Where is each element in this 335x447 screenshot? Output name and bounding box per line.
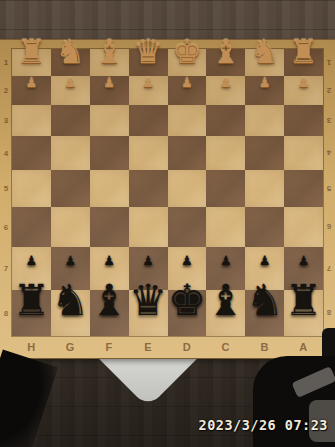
white-bishop: ♝︎ (94, 35, 124, 68)
square-a4 (284, 136, 323, 170)
file-label-bottom-C: C (206, 336, 245, 358)
rank-label-right-3: 3 (323, 105, 335, 136)
black-pawn: ♟︎ (298, 254, 310, 267)
square-g8: ♞︎ (51, 290, 90, 336)
square-g2: ♟︎ (51, 76, 90, 105)
black-rook: ♜︎ (12, 279, 51, 322)
chess-photo-scene: HGFEDCBA 12345678 ♜︎♞︎♝︎♛︎♚︎♝︎♞︎♜︎♟︎♟︎♟︎… (0, 0, 335, 447)
square-h1: ♜︎ (12, 49, 51, 76)
square-a8: ♜︎ (284, 290, 323, 336)
square-c2: ♟︎ (206, 76, 245, 105)
black-pawn: ♟︎ (259, 254, 271, 267)
square-f1: ♝︎ (90, 49, 129, 76)
square-e6 (129, 207, 168, 247)
rank-label-right-1: 1 (323, 49, 335, 76)
square-a2: ♟︎ (284, 76, 323, 105)
white-king: ♚︎ (172, 35, 202, 68)
square-f4 (90, 136, 129, 170)
black-pawn: ♟︎ (220, 254, 232, 267)
white-rook: ♜︎ (17, 35, 47, 68)
square-b1: ♞︎ (245, 49, 284, 76)
square-c8: ♝︎ (206, 290, 245, 336)
square-d3 (168, 105, 207, 136)
square-d1: ♚︎ (168, 49, 207, 76)
square-g1: ♞︎ (51, 49, 90, 76)
square-c6 (206, 207, 245, 247)
square-h6 (12, 207, 51, 247)
square-d5 (168, 170, 207, 207)
white-knight: ♞︎ (250, 35, 280, 68)
square-d4 (168, 136, 207, 170)
square-d2: ♟︎ (168, 76, 207, 105)
black-king: ♚︎ (168, 279, 207, 322)
black-pawn: ♟︎ (64, 254, 76, 267)
black-pawn: ♟︎ (181, 254, 193, 267)
black-pawn: ♟︎ (26, 254, 38, 267)
file-label-bottom-G: G (51, 336, 90, 358)
square-g6 (51, 207, 90, 247)
camera-timestamp: 2023/3/26 07:23 (199, 417, 328, 433)
square-f2: ♟︎ (90, 76, 129, 105)
white-rook: ♜︎ (289, 35, 319, 68)
square-b4 (245, 136, 284, 170)
square-a1: ♜︎ (284, 49, 323, 76)
white-pawn: ♟︎ (259, 76, 271, 89)
white-queen: ♛︎ (133, 35, 163, 68)
square-h2: ♟︎ (12, 76, 51, 105)
rank-label-left-4: 4 (0, 136, 12, 170)
square-g5 (51, 170, 90, 207)
square-e4 (129, 136, 168, 170)
rank-label-right-2: 2 (323, 76, 335, 105)
file-label-bottom-E: E (129, 336, 168, 358)
rank-labels-left: 12345678 (0, 49, 12, 336)
square-h3 (12, 105, 51, 136)
black-bishop: ♝︎ (90, 279, 129, 322)
black-queen: ♛︎ (129, 279, 168, 322)
square-c1: ♝︎ (206, 49, 245, 76)
white-pawn: ♟︎ (103, 76, 115, 89)
square-e2: ♟︎ (129, 76, 168, 105)
rank-label-left-7: 7 (0, 247, 12, 290)
file-label-bottom-B: B (245, 336, 284, 358)
rank-label-left-5: 5 (0, 170, 12, 207)
rank-label-right-5: 5 (323, 170, 335, 207)
white-bishop: ♝︎ (211, 35, 241, 68)
rank-labels-right: 12345678 (323, 49, 335, 336)
white-pawn: ♟︎ (220, 76, 232, 89)
rank-label-left-6: 6 (0, 207, 12, 247)
white-knight: ♞︎ (56, 35, 86, 68)
file-label-bottom-A: A (284, 336, 323, 358)
square-b8: ♞︎ (245, 290, 284, 336)
square-h5 (12, 170, 51, 207)
square-g4 (51, 136, 90, 170)
square-f3 (90, 105, 129, 136)
square-h8: ♜︎ (12, 290, 51, 336)
square-e8: ♛︎ (129, 290, 168, 336)
board-grid: ♜︎♞︎♝︎♛︎♚︎♝︎♞︎♜︎♟︎♟︎♟︎♟︎♟︎♟︎♟︎♟︎♟︎♟︎♟︎♟︎… (12, 49, 323, 336)
square-a5 (284, 170, 323, 207)
square-e5 (129, 170, 168, 207)
white-pawn: ♟︎ (64, 76, 76, 89)
file-labels-bottom: HGFEDCBA (12, 336, 323, 358)
rank-label-left-2: 2 (0, 76, 12, 105)
square-b2: ♟︎ (245, 76, 284, 105)
square-a3 (284, 105, 323, 136)
square-c4 (206, 136, 245, 170)
black-knight: ♞︎ (51, 279, 90, 322)
square-e3 (129, 105, 168, 136)
square-f5 (90, 170, 129, 207)
black-pawn: ♟︎ (142, 254, 154, 267)
square-g3 (51, 105, 90, 136)
white-pawn: ♟︎ (142, 76, 154, 89)
white-pawn: ♟︎ (26, 76, 38, 89)
rank-label-right-4: 4 (323, 136, 335, 170)
rank-label-left-8: 8 (0, 290, 12, 336)
square-f6 (90, 207, 129, 247)
square-c3 (206, 105, 245, 136)
black-bishop: ♝︎ (207, 279, 246, 322)
rank-label-right-6: 6 (323, 207, 335, 247)
square-b3 (245, 105, 284, 136)
black-pawn: ♟︎ (103, 254, 115, 267)
square-b6 (245, 207, 284, 247)
file-label-bottom-F: F (90, 336, 129, 358)
square-a6 (284, 207, 323, 247)
chess-board: HGFEDCBA 12345678 ♜︎♞︎♝︎♛︎♚︎♝︎♞︎♜︎♟︎♟︎♟︎… (0, 40, 335, 358)
square-d8: ♚︎ (168, 290, 207, 336)
square-d6 (168, 207, 207, 247)
square-c5 (206, 170, 245, 207)
white-pawn: ♟︎ (181, 76, 193, 89)
square-h4 (12, 136, 51, 170)
rank-label-left-1: 1 (0, 49, 12, 76)
black-knight: ♞︎ (245, 279, 284, 322)
white-pawn: ♟︎ (298, 76, 310, 89)
file-label-bottom-D: D (168, 336, 207, 358)
rank-label-left-3: 3 (0, 105, 12, 136)
square-f8: ♝︎ (90, 290, 129, 336)
rank-label-right-7: 7 (323, 247, 335, 290)
black-rook: ♜︎ (284, 279, 323, 322)
square-e1: ♛︎ (129, 49, 168, 76)
square-b5 (245, 170, 284, 207)
